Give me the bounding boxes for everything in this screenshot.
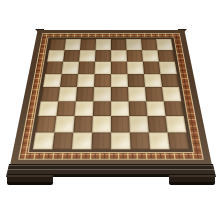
photo-background [0,0,222,222]
square-r5c6[interactable] [128,87,146,101]
square-r1c2[interactable] [65,39,81,50]
square-r3c7[interactable] [143,62,160,74]
square-r3c5[interactable] [111,62,127,74]
square-r1c6[interactable] [126,39,142,50]
square-r4c7[interactable] [144,74,162,87]
square-r8c4[interactable] [91,132,111,149]
inner-walnut-border [28,37,195,153]
square-r5c7[interactable] [145,87,164,101]
chess-board [10,30,212,165]
square-r4c5[interactable] [111,74,128,87]
square-r4c2[interactable] [60,74,78,87]
square-r3c4[interactable] [95,62,111,74]
square-r1c1[interactable] [49,39,66,50]
square-r2c5[interactable] [111,50,127,62]
square-r1c4[interactable] [96,39,111,50]
square-r7c5[interactable] [111,116,130,132]
square-r6c2[interactable] [56,101,75,116]
square-r8c6[interactable] [130,132,150,149]
square-r8c2[interactable] [52,132,73,149]
square-r2c6[interactable] [126,50,142,62]
square-r6c4[interactable] [93,101,111,116]
square-r2c2[interactable] [63,50,80,62]
square-r2c1[interactable] [47,50,64,62]
square-r3c2[interactable] [62,62,79,74]
square-r1c7[interactable] [141,39,157,50]
square-r7c7[interactable] [147,116,167,132]
square-r6c8[interactable] [164,101,184,116]
square-r4c4[interactable] [94,74,111,87]
square-r8c1[interactable] [33,132,55,149]
square-r5c4[interactable] [93,87,111,101]
square-r1c3[interactable] [80,39,96,50]
square-r1c5[interactable] [111,39,126,50]
board-foot-right [169,175,215,185]
square-r3c1[interactable] [45,62,63,74]
square-r6c3[interactable] [75,101,94,116]
square-r2c7[interactable] [142,50,159,62]
square-r7c2[interactable] [54,116,74,132]
board-grid [33,39,189,149]
square-r4c1[interactable] [43,74,62,87]
square-r6c1[interactable] [38,101,58,116]
square-r3c8[interactable] [159,62,177,74]
square-r7c6[interactable] [129,116,149,132]
square-r3c6[interactable] [127,62,144,74]
square-r6c6[interactable] [129,101,148,116]
square-r5c3[interactable] [76,87,94,101]
square-r6c5[interactable] [111,101,129,116]
square-r8c5[interactable] [111,132,131,149]
square-r3c3[interactable] [78,62,95,74]
square-r1c8[interactable] [156,39,173,50]
square-r7c4[interactable] [92,116,111,132]
board-frame-walnut [10,30,212,165]
square-r2c8[interactable] [157,50,174,62]
square-r8c8[interactable] [168,132,190,149]
square-r4c8[interactable] [160,74,179,87]
square-r5c1[interactable] [41,87,60,101]
square-r5c5[interactable] [111,87,129,101]
board-foot-left [7,175,53,185]
square-r4c6[interactable] [127,74,145,87]
square-r2c3[interactable] [79,50,95,62]
square-r5c2[interactable] [58,87,77,101]
square-r4c3[interactable] [77,74,95,87]
square-r8c7[interactable] [149,132,170,149]
square-r5c8[interactable] [162,87,181,101]
square-r7c3[interactable] [73,116,93,132]
square-r7c1[interactable] [36,116,57,132]
square-r2c4[interactable] [95,50,111,62]
square-r7c8[interactable] [166,116,187,132]
inlay-mosaic-border [18,33,204,159]
square-r8c3[interactable] [72,132,92,149]
square-r6c7[interactable] [146,101,165,116]
